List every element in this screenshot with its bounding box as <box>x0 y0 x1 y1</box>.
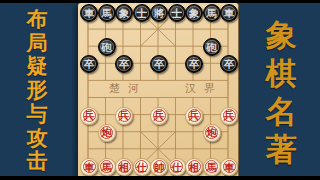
piece-black-砲[interactable]: 砲 <box>203 38 221 56</box>
piece-black-馬[interactable]: 馬 <box>98 4 116 22</box>
piece-black-車[interactable]: 車 <box>220 4 238 22</box>
piece-red-仕[interactable]: 仕 <box>133 158 151 176</box>
video-thumbnail: 布局疑形与攻击 象棋名著 楚河 汉界 車馬象士將士象馬車砲砲卒卒卒卒卒兵兵兵兵兵… <box>0 0 320 180</box>
river-label-chu-he: 楚河 <box>109 83 147 94</box>
piece-red-馬[interactable]: 馬 <box>98 158 116 176</box>
piece-red-兵[interactable]: 兵 <box>150 107 168 125</box>
piece-red-帥[interactable]: 帥 <box>150 158 168 176</box>
piece-red-馬[interactable]: 馬 <box>203 158 221 176</box>
banner-char: 著 <box>246 130 316 168</box>
piece-black-士[interactable]: 士 <box>133 4 151 22</box>
banner-char: 攻 <box>0 126 74 150</box>
piece-black-象[interactable]: 象 <box>185 4 203 22</box>
piece-black-馬[interactable]: 馬 <box>203 4 221 22</box>
piece-black-士[interactable]: 士 <box>168 4 186 22</box>
piece-red-車[interactable]: 車 <box>80 158 98 176</box>
piece-red-相[interactable]: 相 <box>185 158 203 176</box>
banner-char: 布 <box>0 7 74 31</box>
banner-char: 击 <box>0 149 74 173</box>
banner-char: 与 <box>0 102 74 126</box>
piece-black-砲[interactable]: 砲 <box>98 38 116 56</box>
letterbox-bottom <box>0 176 320 180</box>
left-title-banner: 布局疑形与攻击 <box>0 7 74 173</box>
xiangqi-board[interactable]: 楚河 汉界 車馬象士將士象馬車砲砲卒卒卒卒卒兵兵兵兵兵炮炮車馬相仕帥仕相馬車九八… <box>78 3 239 180</box>
piece-red-車[interactable]: 車 <box>220 158 238 176</box>
banner-char: 象 <box>246 16 316 54</box>
banner-char: 名 <box>246 92 316 130</box>
piece-red-炮[interactable]: 炮 <box>203 124 221 142</box>
piece-red-兵[interactable]: 兵 <box>220 107 238 125</box>
piece-red-仕[interactable]: 仕 <box>168 158 186 176</box>
banner-char: 形 <box>0 78 74 102</box>
piece-black-車[interactable]: 車 <box>80 4 98 22</box>
banner-char: 棋 <box>246 54 316 92</box>
piece-red-兵[interactable]: 兵 <box>80 107 98 125</box>
letterbox-top <box>0 0 320 3</box>
piece-red-兵[interactable]: 兵 <box>185 107 203 125</box>
piece-black-象[interactable]: 象 <box>115 4 133 22</box>
piece-red-兵[interactable]: 兵 <box>115 107 133 125</box>
piece-red-炮[interactable]: 炮 <box>98 124 116 142</box>
banner-char: 局 <box>0 31 74 55</box>
piece-red-相[interactable]: 相 <box>115 158 133 176</box>
piece-black-將[interactable]: 將 <box>150 4 168 22</box>
banner-char: 疑 <box>0 54 74 78</box>
river-label-han-jie: 汉界 <box>185 83 223 94</box>
right-title-banner: 象棋名著 <box>246 16 316 168</box>
